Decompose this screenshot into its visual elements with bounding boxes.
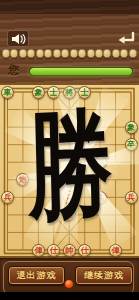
tray-piece [103, 49, 111, 58]
tray-piece [44, 49, 52, 58]
piece-black[interactable]: 車 [1, 86, 14, 99]
tray-piece [61, 49, 69, 58]
captured-tray [2, 48, 137, 59]
tray-piece [95, 49, 103, 58]
exit-game-button[interactable]: 退出游戏 [8, 266, 65, 285]
sound-button[interactable] [7, 30, 29, 47]
tray-piece [87, 49, 95, 58]
tray-piece [10, 49, 18, 58]
piece-black[interactable]: 象 [125, 121, 138, 134]
xiangqi-app: 您 車象士將士象卒卒炮兵兵兵兵相俥仕帥仕俥 [0, 0, 139, 300]
top-shade [0, 0, 139, 14]
xiangqi-board[interactable]: 車象士將士象卒卒炮兵兵兵兵相俥仕帥仕俥 勝 [0, 83, 139, 258]
tray-piece [36, 49, 44, 58]
piece-red[interactable]: 兵 [125, 191, 138, 204]
piece-red[interactable]: 兵 [1, 191, 14, 204]
tray-piece [19, 49, 27, 58]
tray-piece [129, 49, 137, 58]
piece-red[interactable]: 帥 [63, 244, 76, 257]
tray-piece [53, 49, 61, 58]
victory-character: 勝 [26, 105, 113, 226]
time-bar [29, 67, 133, 76]
tray-piece [120, 49, 128, 58]
time-bar-fill [30, 68, 132, 75]
return-arrow-icon [116, 30, 136, 47]
speaker-icon [11, 33, 26, 45]
red-dot-icon [64, 279, 74, 289]
player-label: 您 [8, 63, 19, 78]
tray-piece [78, 49, 86, 58]
bottom-letterbox [0, 292, 139, 300]
back-button[interactable] [115, 29, 137, 47]
tray-piece [112, 49, 120, 58]
tray-piece [2, 49, 10, 58]
piece-red[interactable]: 仕 [78, 244, 91, 257]
tray-piece [27, 49, 35, 58]
tray-piece [70, 49, 78, 58]
continue-game-button[interactable]: 继续游戏 [75, 266, 133, 285]
